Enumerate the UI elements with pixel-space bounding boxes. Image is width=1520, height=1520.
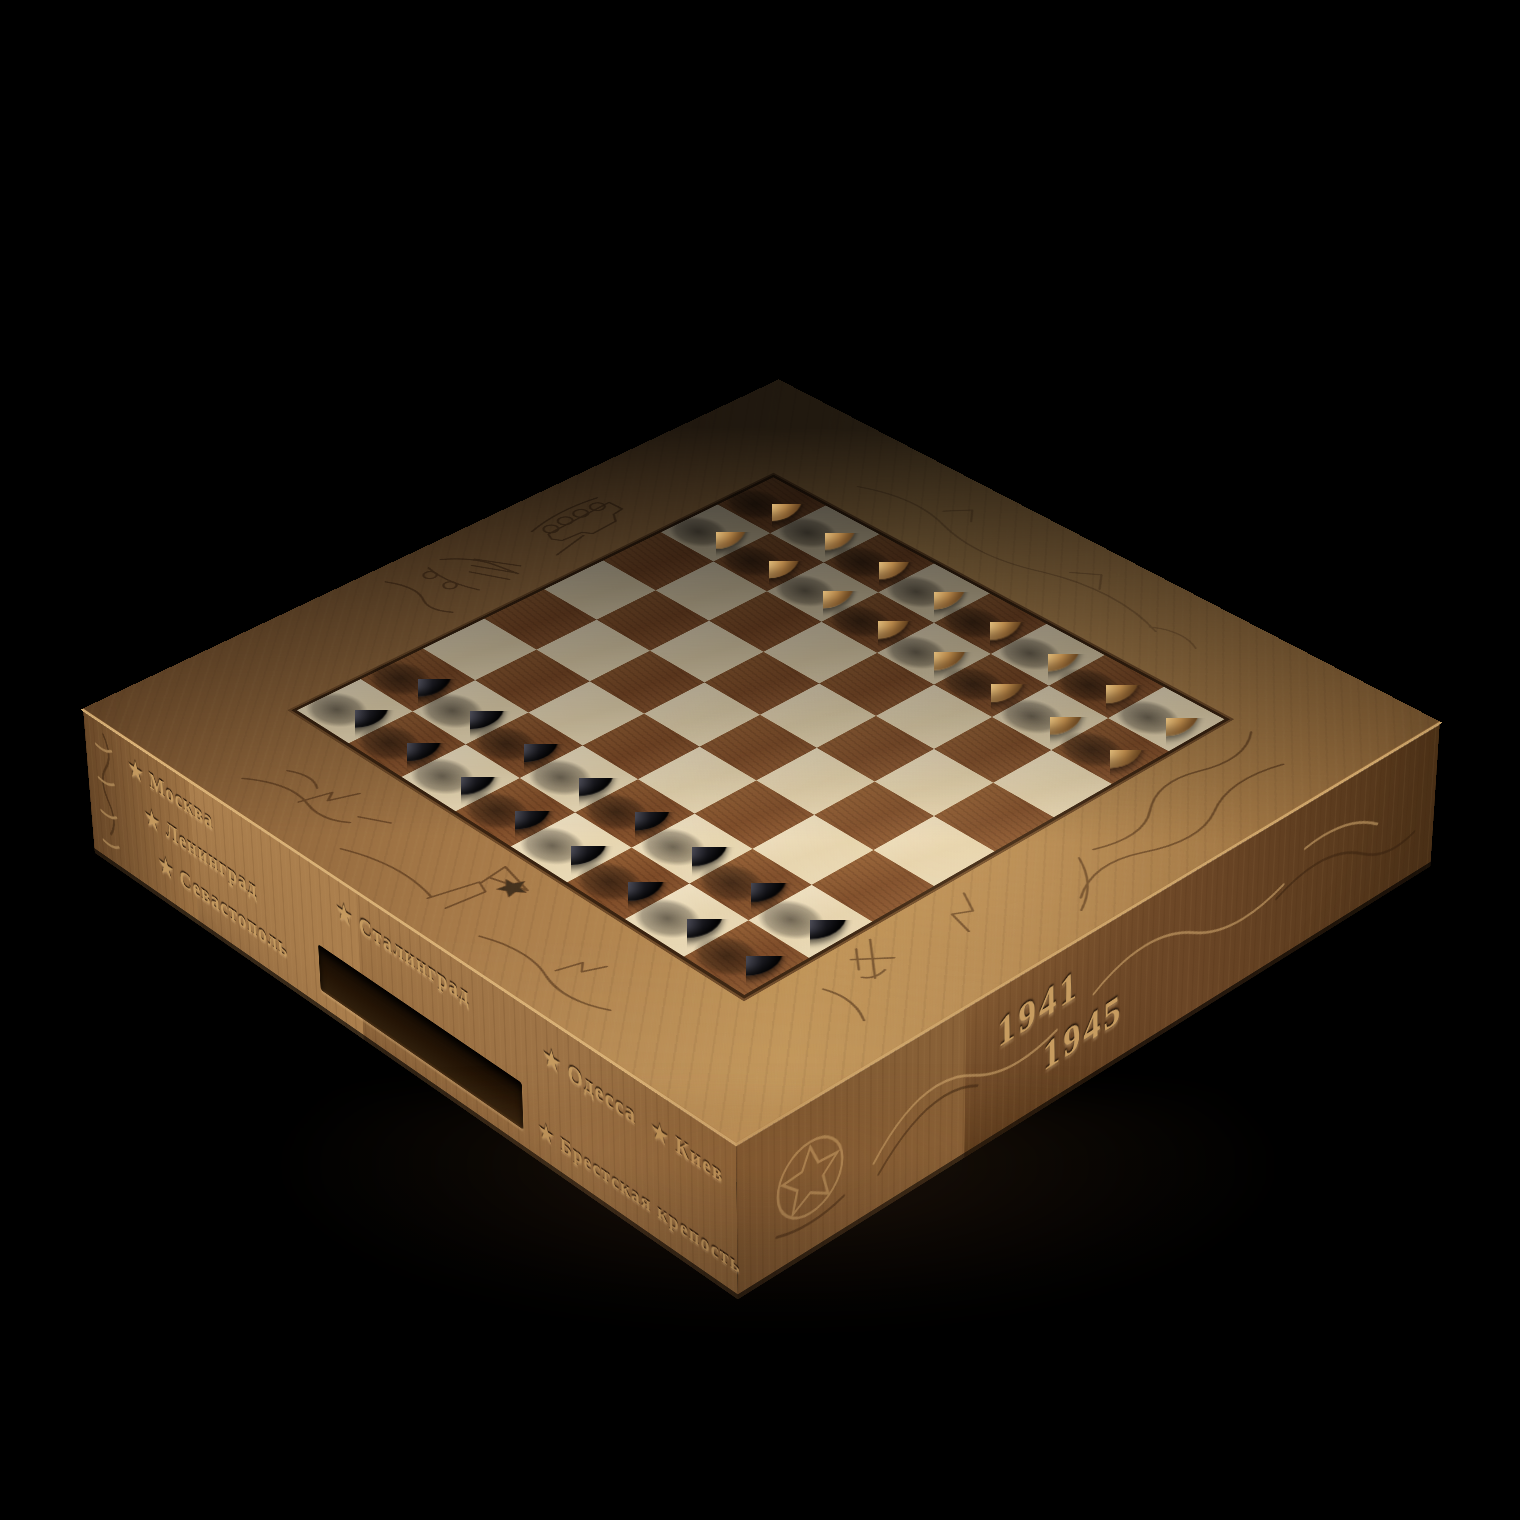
laurel-ornament-icon [88,720,127,868]
photo-stage: ♜♞♝♛♚♝♞♜♟♟♟♟♟♟♟♟♟♟♟♟♟♟♟♟♜♞♝♛♚♝♞♜ ★ Москв… [0,0,1520,1520]
box-top-face: ♜♞♝♛♚♝♞♜♟♟♟♟♟♟♟♟♟♟♟♟♟♟♟♟♜♞♝♛♚♝♞♜ [80,379,1442,1146]
scene: ♜♞♝♛♚♝♞♜♟♟♟♟♟♟♟♟♟♟♟♟♟♟♟♟♜♞♝♛♚♝♞♜ ★ Москв… [0,0,1520,1520]
rook-glyph: ♜ [704,858,789,945]
hero-city-brest: ★ Брестская крепость [538,1116,741,1280]
pawn-glyph: ♟ [1072,659,1148,737]
